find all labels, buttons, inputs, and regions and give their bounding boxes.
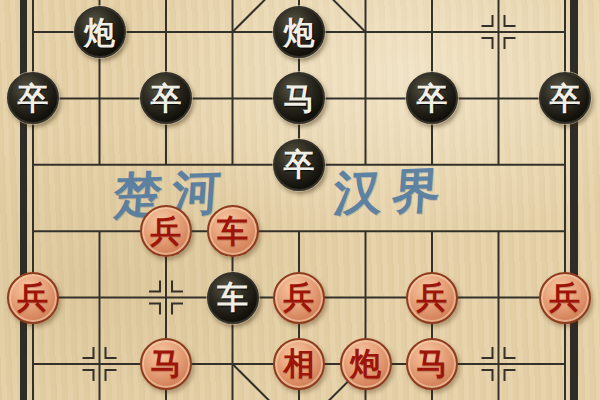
piece-red-elephant[interactable]: 相 — [273, 338, 325, 390]
intersection-c5-r5[interactable] — [332, 198, 399, 264]
piece-red-soldier[interactable]: 兵 — [273, 272, 325, 324]
piece-red-soldier[interactable]: 兵 — [140, 205, 192, 257]
intersection-c0-r5[interactable] — [0, 198, 66, 264]
intersection-c1-r4[interactable] — [66, 132, 133, 198]
intersection-c4-r3[interactable]: 马 — [266, 65, 333, 131]
piece-black-soldier[interactable]: 卒 — [140, 72, 192, 124]
board-intersections-grid: 炮炮卒卒马卒卒卒兵车兵车兵兵兵马相炮马 — [0, 0, 598, 397]
intersection-c0-r2[interactable] — [0, 0, 66, 65]
intersection-c0-r6[interactable]: 兵 — [0, 264, 66, 330]
intersection-c7-r6[interactable] — [465, 264, 532, 330]
intersection-c0-r3[interactable]: 卒 — [0, 65, 66, 131]
intersection-c7-r7[interactable] — [465, 331, 532, 397]
piece-glyph: 车 — [217, 282, 248, 313]
intersection-c6-r4[interactable] — [399, 132, 466, 198]
intersection-c8-r4[interactable] — [532, 132, 599, 198]
piece-black-horse[interactable]: 马 — [273, 72, 325, 124]
piece-glyph: 兵 — [417, 282, 448, 313]
intersection-c4-r6[interactable]: 兵 — [266, 264, 333, 330]
intersection-c7-r4[interactable] — [465, 132, 532, 198]
piece-red-chariot[interactable]: 车 — [207, 205, 259, 257]
intersection-c2-r5[interactable]: 兵 — [133, 198, 200, 264]
piece-glyph: 兵 — [284, 282, 315, 313]
intersection-c1-r3[interactable] — [66, 65, 133, 131]
intersection-c1-r7[interactable] — [66, 331, 133, 397]
intersection-c3-r3[interactable] — [199, 65, 266, 131]
intersection-c5-r3[interactable] — [332, 65, 399, 131]
piece-red-horse[interactable]: 马 — [140, 338, 192, 390]
intersection-c3-r2[interactable] — [199, 0, 266, 65]
piece-black-cannon[interactable]: 炮 — [273, 6, 325, 58]
piece-glyph: 卒 — [151, 83, 182, 114]
intersection-c7-r3[interactable] — [465, 65, 532, 131]
piece-glyph: 兵 — [550, 282, 581, 313]
intersection-c3-r5[interactable]: 车 — [199, 198, 266, 264]
intersection-c5-r4[interactable] — [332, 132, 399, 198]
intersection-c1-r6[interactable] — [66, 264, 133, 330]
xiangqi-board: 楚河 汉界 炮炮卒卒马卒卒卒兵车兵车兵兵兵马相炮马 — [0, 0, 600, 400]
piece-glyph: 马 — [284, 83, 315, 114]
intersection-c0-r7[interactable] — [0, 331, 66, 397]
intersection-c3-r4[interactable] — [199, 132, 266, 198]
piece-red-soldier[interactable]: 兵 — [7, 272, 59, 324]
intersection-c4-r4[interactable]: 卒 — [266, 132, 333, 198]
intersection-c4-r2[interactable]: 炮 — [266, 0, 333, 65]
intersection-c8-r2[interactable] — [532, 0, 599, 65]
intersection-c5-r6[interactable] — [332, 264, 399, 330]
intersection-c6-r7[interactable]: 马 — [399, 331, 466, 397]
intersection-c5-r2[interactable] — [332, 0, 399, 65]
piece-glyph: 兵 — [151, 216, 182, 247]
piece-glyph: 炮 — [284, 17, 315, 48]
piece-black-soldier[interactable]: 卒 — [273, 139, 325, 191]
intersection-c2-r4[interactable] — [133, 132, 200, 198]
intersection-c6-r5[interactable] — [399, 198, 466, 264]
piece-glyph: 车 — [217, 216, 248, 247]
intersection-c6-r3[interactable]: 卒 — [399, 65, 466, 131]
piece-black-soldier[interactable]: 卒 — [539, 72, 591, 124]
piece-glyph: 炮 — [350, 348, 381, 379]
intersection-c6-r6[interactable]: 兵 — [399, 264, 466, 330]
piece-glyph: 兵 — [18, 282, 49, 313]
piece-red-soldier[interactable]: 兵 — [539, 272, 591, 324]
intersection-c8-r5[interactable] — [532, 198, 599, 264]
intersection-c2-r2[interactable] — [133, 0, 200, 65]
piece-glyph: 卒 — [550, 83, 581, 114]
piece-red-cannon[interactable]: 炮 — [340, 338, 392, 390]
intersection-c3-r6[interactable]: 车 — [199, 264, 266, 330]
intersection-c1-r5[interactable] — [66, 198, 133, 264]
piece-glyph: 炮 — [84, 17, 115, 48]
piece-glyph: 马 — [417, 348, 448, 379]
intersection-c3-r7[interactable] — [199, 331, 266, 397]
intersection-c8-r6[interactable]: 兵 — [532, 264, 599, 330]
piece-glyph: 马 — [151, 348, 182, 379]
intersection-c7-r5[interactable] — [465, 198, 532, 264]
piece-black-chariot[interactable]: 车 — [207, 272, 259, 324]
piece-red-soldier[interactable]: 兵 — [406, 272, 458, 324]
intersection-c8-r3[interactable]: 卒 — [532, 65, 599, 131]
intersection-c4-r7[interactable]: 相 — [266, 331, 333, 397]
intersection-c2-r7[interactable]: 马 — [133, 331, 200, 397]
piece-black-soldier[interactable]: 卒 — [7, 72, 59, 124]
intersection-c0-r4[interactable] — [0, 132, 66, 198]
intersection-c8-r7[interactable] — [532, 331, 599, 397]
intersection-c4-r5[interactable] — [266, 198, 333, 264]
intersection-c2-r3[interactable]: 卒 — [133, 65, 200, 131]
piece-glyph: 卒 — [18, 83, 49, 114]
intersection-c5-r7[interactable]: 炮 — [332, 331, 399, 397]
piece-glyph: 卒 — [417, 83, 448, 114]
piece-black-cannon[interactable]: 炮 — [74, 6, 126, 58]
piece-red-horse[interactable]: 马 — [406, 338, 458, 390]
intersection-c7-r2[interactable] — [465, 0, 532, 65]
piece-black-soldier[interactable]: 卒 — [406, 72, 458, 124]
intersection-c6-r2[interactable] — [399, 0, 466, 65]
intersection-c2-r6[interactable] — [133, 264, 200, 330]
piece-glyph: 卒 — [284, 149, 315, 180]
intersection-c1-r2[interactable]: 炮 — [66, 0, 133, 65]
piece-glyph: 相 — [284, 348, 315, 379]
